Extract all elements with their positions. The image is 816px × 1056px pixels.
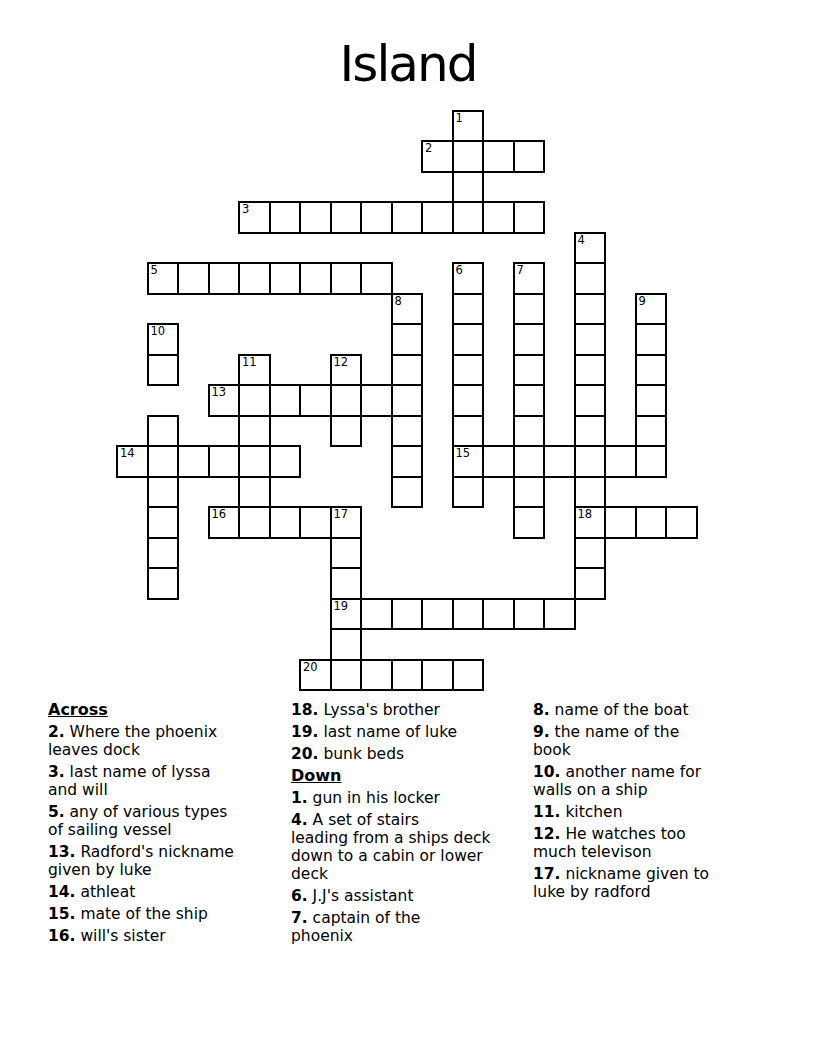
clue-number-label: 8.: [533, 701, 550, 719]
grid-cell-r11c16[interactable]: [604, 445, 637, 478]
grid-cell-r5c3[interactable]: [208, 262, 241, 295]
grid-cell-r10c11[interactable]: [452, 415, 485, 448]
grid-cell-r9c5[interactable]: [269, 384, 302, 417]
grid-cell-r16c10[interactable]: [421, 598, 454, 631]
clue-number-label: 6.: [291, 887, 308, 905]
grid-cell-r8c15[interactable]: [574, 354, 607, 387]
grid-cell-r13c1[interactable]: [147, 506, 180, 539]
grid-cell-r15c15[interactable]: [574, 567, 607, 600]
grid-cell-r3c5[interactable]: [269, 201, 302, 234]
clue-16: 16. will's sister: [48, 927, 286, 945]
grid-cell-r3c12[interactable]: [482, 201, 515, 234]
cell-number-20: 20: [303, 662, 318, 674]
clue-number-label: 3.: [48, 763, 65, 781]
grid-cell-r12c4[interactable]: [238, 476, 271, 509]
grid-cell-r7c15[interactable]: [574, 323, 607, 356]
clue-13: 13. Radford's nickname given by luke: [48, 843, 286, 879]
cell-number-3: 3: [242, 204, 249, 216]
grid-cell-r8c13[interactable]: [513, 354, 546, 387]
cell-number-8: 8: [395, 296, 402, 308]
cell-number-5: 5: [151, 265, 158, 277]
cell-number-4: 4: [578, 235, 585, 247]
grid-cell-r14c7[interactable]: [330, 537, 363, 570]
grid-cell-r9c9[interactable]: [391, 384, 424, 417]
clue-3: 3. last name of lyssa and will: [48, 763, 286, 799]
grid-cell-r5c2[interactable]: [177, 262, 210, 295]
grid-cell-r10c4[interactable]: [238, 415, 271, 448]
clue-column-2: 18. Lyssa's brother19. last name of luke…: [291, 701, 533, 949]
grid-cell-r17c7[interactable]: [330, 628, 363, 661]
grid-cell-r10c1[interactable]: [147, 415, 180, 448]
grid-cell-r3c7[interactable]: [330, 201, 363, 234]
grid-cell-r11c3[interactable]: [208, 445, 241, 478]
cell-number-17: 17: [334, 509, 349, 521]
grid-cell-r1c12[interactable]: [482, 140, 515, 173]
clue-number-label: 19.: [291, 723, 318, 741]
grid-cell-r14c1[interactable]: [147, 537, 180, 570]
clue-number-label: 16.: [48, 927, 75, 945]
grid-cell-r5c6[interactable]: [299, 262, 332, 295]
grid-cell-r13c13[interactable]: [513, 506, 546, 539]
grid-cell-r5c7[interactable]: [330, 262, 363, 295]
grid-cell-r3c13[interactable]: [513, 201, 546, 234]
clue-14: 14. athleat: [48, 883, 286, 901]
grid-cell-r9c6[interactable]: [299, 384, 332, 417]
grid-cell-r11c2[interactable]: [177, 445, 210, 478]
grid-cell-r13c16[interactable]: [604, 506, 637, 539]
grid-cell-r13c6[interactable]: [299, 506, 332, 539]
grid-cell-r1c13[interactable]: [513, 140, 546, 173]
grid-cell-r16c8[interactable]: [360, 598, 393, 631]
cell-number-7: 7: [517, 265, 524, 277]
clue-17: 17. nickname given to luke by radford: [533, 865, 773, 901]
grid-cell-r15c7[interactable]: [330, 567, 363, 600]
grid-cell-r13c4[interactable]: [238, 506, 271, 539]
grid-cell-r9c11[interactable]: [452, 384, 485, 417]
cell-number-10: 10: [151, 326, 166, 338]
clue-number-label: 20.: [291, 745, 318, 763]
grid-cell-r18c10[interactable]: [421, 659, 454, 692]
grid-cell-r5c8[interactable]: [360, 262, 393, 295]
grid-cell-r6c15[interactable]: [574, 293, 607, 326]
grid-cell-r11c12[interactable]: [482, 445, 515, 478]
clue-number-label: 11.: [533, 803, 560, 821]
grid-cell-r9c13[interactable]: [513, 384, 546, 417]
grid-cell-r12c15[interactable]: [574, 476, 607, 509]
down-heading: Down: [291, 767, 533, 785]
grid-cell-r13c18[interactable]: [665, 506, 698, 539]
cell-number-18: 18: [578, 509, 593, 521]
clue-column-1: Across2. Where the phoenix leaves dock3.…: [48, 701, 286, 949]
grid-cell-r5c5[interactable]: [269, 262, 302, 295]
grid-cell-r11c9[interactable]: [391, 445, 424, 478]
clue-number-label: 12.: [533, 825, 560, 843]
clue-15: 15. mate of the ship: [48, 905, 286, 923]
clue-number-label: 9.: [533, 723, 550, 741]
grid-cell-r7c9[interactable]: [391, 323, 424, 356]
grid-cell-r8c17[interactable]: [635, 354, 668, 387]
cell-number-13: 13: [212, 387, 227, 399]
clue-8: 8. name of the boat: [533, 701, 773, 719]
clue-20: 20. bunk beds: [291, 745, 533, 763]
grid-cell-r11c15[interactable]: [574, 445, 607, 478]
clue-number-label: 18.: [291, 701, 318, 719]
cell-number-11: 11: [242, 357, 257, 369]
grid-cell-r14c15[interactable]: [574, 537, 607, 570]
clue-number-label: 7.: [291, 909, 308, 927]
clue-19: 19. last name of luke: [291, 723, 533, 741]
cell-number-16: 16: [212, 509, 227, 521]
grid-cell-r11c14[interactable]: [543, 445, 576, 478]
grid-cell-r9c4[interactable]: [238, 384, 271, 417]
grid-cell-r5c15[interactable]: [574, 262, 607, 295]
grid-cell-r9c7[interactable]: [330, 384, 363, 417]
grid-cell-r10c9[interactable]: [391, 415, 424, 448]
grid-cell-r9c17[interactable]: [635, 384, 668, 417]
grid-cell-r3c6[interactable]: [299, 201, 332, 234]
clue-1: 1. gun in his locker: [291, 789, 533, 807]
clue-12: 12. He watches too much televison: [533, 825, 773, 861]
clue-6: 6. J.J's assistant: [291, 887, 533, 905]
clue-10: 10. another name for walls on a ship: [533, 763, 773, 799]
grid-cell-r6c11[interactable]: [452, 293, 485, 326]
grid-cell-r16c13[interactable]: [513, 598, 546, 631]
grid-cell-r7c11[interactable]: [452, 323, 485, 356]
grid-cell-r12c1[interactable]: [147, 476, 180, 509]
clue-number-label: 4.: [291, 811, 308, 829]
clue-2: 2. Where the phoenix leaves dock: [48, 723, 286, 759]
clue-11: 11. kitchen: [533, 803, 773, 821]
grid-cell-r16c11[interactable]: [452, 598, 485, 631]
grid-cell-r11c5[interactable]: [269, 445, 302, 478]
grid-cell-r7c13[interactable]: [513, 323, 546, 356]
grid-cell-r9c8[interactable]: [360, 384, 393, 417]
grid-cell-r10c7[interactable]: [330, 415, 363, 448]
grid-cell-r3c10[interactable]: [421, 201, 454, 234]
grid-cell-r18c7[interactable]: [330, 659, 363, 692]
cell-number-9: 9: [639, 296, 646, 308]
clue-number-label: 17.: [533, 865, 560, 883]
clue-number-label: 5.: [48, 803, 65, 821]
clue-7: 7. captain of the phoenix: [291, 909, 533, 945]
cell-number-6: 6: [456, 265, 463, 277]
grid-cell-r12c9[interactable]: [391, 476, 424, 509]
grid-cell-r11c4[interactable]: [238, 445, 271, 478]
grid-cell-r10c17[interactable]: [635, 415, 668, 448]
clue-4: 4. A set of stairs leading from a ships …: [291, 811, 533, 883]
cell-number-12: 12: [334, 357, 349, 369]
grid-cell-r10c13[interactable]: [513, 415, 546, 448]
clue-column-3: 8. name of the boat9. the name of the bo…: [533, 701, 773, 905]
grid-cell-r11c13[interactable]: [513, 445, 546, 478]
grid-cell-r18c8[interactable]: [360, 659, 393, 692]
clue-5: 5. any of various types of sailing vesse…: [48, 803, 286, 839]
grid-cell-r2c11[interactable]: [452, 171, 485, 204]
grid-cell-r9c15[interactable]: [574, 384, 607, 417]
grid-cell-r8c11[interactable]: [452, 354, 485, 387]
grid-cell-r12c13[interactable]: [513, 476, 546, 509]
cell-number-15: 15: [456, 448, 471, 460]
crossword-page: Island 1234567891011121314151617181920 A…: [0, 0, 816, 1056]
grid-cell-r3c9[interactable]: [391, 201, 424, 234]
grid-cell-r6c13[interactable]: [513, 293, 546, 326]
clue-number-label: 2.: [48, 723, 65, 741]
grid-cell-r11c1[interactable]: [147, 445, 180, 478]
grid-cell-r3c11[interactable]: [452, 201, 485, 234]
cell-number-1: 1: [456, 113, 463, 125]
grid-cell-r15c1[interactable]: [147, 567, 180, 600]
cell-number-19: 19: [334, 601, 349, 613]
across-heading: Across: [48, 701, 286, 719]
grid-cell-r18c11[interactable]: [452, 659, 485, 692]
grid-cell-r16c9[interactable]: [391, 598, 424, 631]
cell-number-2: 2: [425, 143, 432, 155]
grid-cell-r18c9[interactable]: [391, 659, 424, 692]
clue-number-label: 1.: [291, 789, 308, 807]
grid-cell-r10c15[interactable]: [574, 415, 607, 448]
clue-number-label: 15.: [48, 905, 75, 923]
grid-cell-r13c17[interactable]: [635, 506, 668, 539]
cell-number-14: 14: [120, 448, 135, 460]
grid-cell-r8c1[interactable]: [147, 354, 180, 387]
grid-cell-r11c17[interactable]: [635, 445, 668, 478]
clue-number-label: 10.: [533, 763, 560, 781]
grid-cell-r12c11[interactable]: [452, 476, 485, 509]
grid-cell-r5c4[interactable]: [238, 262, 271, 295]
clue-9: 9. the name of the book: [533, 723, 773, 759]
clue-18: 18. Lyssa's brother: [291, 701, 533, 719]
grid-cell-r3c8[interactable]: [360, 201, 393, 234]
clue-number-label: 13.: [48, 843, 75, 861]
grid-cell-r1c11[interactable]: [452, 140, 485, 173]
grid-cell-r8c9[interactable]: [391, 354, 424, 387]
clue-number-label: 14.: [48, 883, 75, 901]
grid-cell-r7c17[interactable]: [635, 323, 668, 356]
grid-cell-r13c5[interactable]: [269, 506, 302, 539]
grid-cell-r16c14[interactable]: [543, 598, 576, 631]
grid-cell-r16c12[interactable]: [482, 598, 515, 631]
